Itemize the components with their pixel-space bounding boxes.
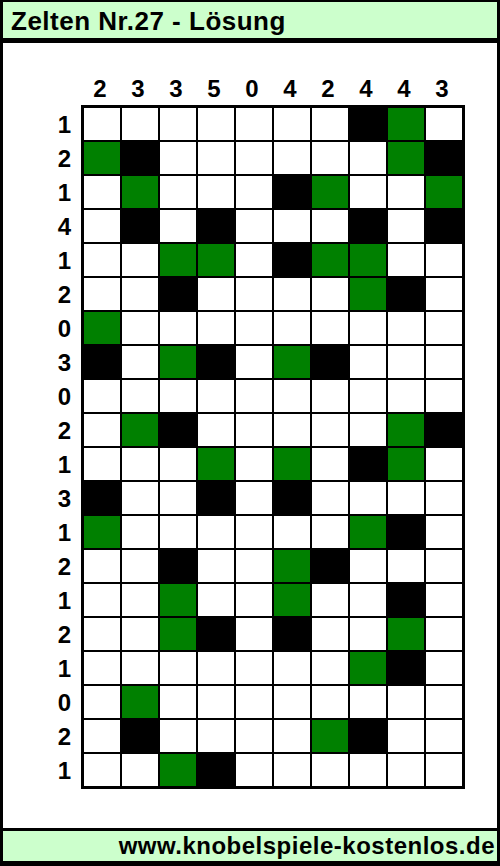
col-clue-3: 3 xyxy=(169,75,182,103)
cell-r8c6-tree xyxy=(274,346,310,378)
row-clue-8: 3 xyxy=(58,349,71,377)
col-clue-7: 2 xyxy=(321,75,334,103)
board-with-row-clues: 12141203021312121021 xyxy=(33,105,497,789)
cell-r2c3-empty xyxy=(160,142,196,174)
cell-r6c10-empty xyxy=(426,278,462,310)
cell-r15c5-empty xyxy=(236,584,272,616)
puzzle-panel: 2335042443 12141203021312121021 xyxy=(3,43,497,828)
cell-r5c8-tree xyxy=(350,244,386,276)
cell-r2c9-tree xyxy=(388,142,424,174)
cell-r7c9-empty xyxy=(388,312,424,344)
cell-r20c8-empty xyxy=(350,754,386,786)
cell-r14c7-tent xyxy=(312,550,348,582)
cell-r14c3-tent xyxy=(160,550,196,582)
cell-r9c3-empty xyxy=(160,380,196,412)
cell-r16c4-tent xyxy=(198,618,234,650)
cell-r20c2-empty xyxy=(122,754,158,786)
cell-r12c2-empty xyxy=(122,482,158,514)
cell-r19c1-empty xyxy=(84,720,120,752)
cell-r17c1-empty xyxy=(84,652,120,684)
cell-r14c5-empty xyxy=(236,550,272,582)
cell-r17c6-empty xyxy=(274,652,310,684)
cell-r2c6-empty xyxy=(274,142,310,174)
cell-r8c8-empty xyxy=(350,346,386,378)
cell-r9c2-empty xyxy=(122,380,158,412)
cell-r19c10-empty xyxy=(426,720,462,752)
cell-r13c4-empty xyxy=(198,516,234,548)
cell-r1c1-empty xyxy=(84,108,120,140)
cell-r5c5-empty xyxy=(236,244,272,276)
cell-r11c5-empty xyxy=(236,448,272,480)
cell-r11c9-tree xyxy=(388,448,424,480)
cell-r16c7-empty xyxy=(312,618,348,650)
col-clue-6: 4 xyxy=(283,75,296,103)
cell-r8c2-empty xyxy=(122,346,158,378)
cell-r20c6-empty xyxy=(274,754,310,786)
cell-r6c4-empty xyxy=(198,278,234,310)
row-clue-11: 1 xyxy=(58,451,71,479)
cell-r13c3-empty xyxy=(160,516,196,548)
cell-r18c9-empty xyxy=(388,686,424,718)
title-bar: Zelten Nr.27 - Lösung xyxy=(3,0,497,43)
col-clue-4: 5 xyxy=(207,75,220,103)
cell-r16c9-tree xyxy=(388,618,424,650)
cell-r8c5-empty xyxy=(236,346,272,378)
col-clue-9: 4 xyxy=(397,75,410,103)
row-clue-19: 2 xyxy=(58,723,71,751)
cell-r11c2-empty xyxy=(122,448,158,480)
cell-r10c2-tree xyxy=(122,414,158,446)
cell-r17c4-empty xyxy=(198,652,234,684)
row-clues: 12141203021312121021 xyxy=(33,105,81,788)
cell-r15c4-empty xyxy=(198,584,234,616)
cell-r9c10-empty xyxy=(426,380,462,412)
cell-r1c4-empty xyxy=(198,108,234,140)
row-clue-4: 4 xyxy=(58,213,71,241)
board-area: 2335042443 12141203021312121021 xyxy=(33,73,497,789)
cell-r15c6-tree xyxy=(274,584,310,616)
cell-r7c6-empty xyxy=(274,312,310,344)
cell-r15c1-empty xyxy=(84,584,120,616)
cell-r4c4-tent xyxy=(198,210,234,242)
cell-r10c4-empty xyxy=(198,414,234,446)
cell-r8c3-tree xyxy=(160,346,196,378)
cell-r4c9-empty xyxy=(388,210,424,242)
cell-r14c9-empty xyxy=(388,550,424,582)
cell-r18c7-empty xyxy=(312,686,348,718)
row-clue-7: 0 xyxy=(58,315,71,343)
cell-r9c8-empty xyxy=(350,380,386,412)
cell-r15c8-empty xyxy=(350,584,386,616)
cell-r18c1-empty xyxy=(84,686,120,718)
cell-r7c3-empty xyxy=(160,312,196,344)
cell-r1c10-empty xyxy=(426,108,462,140)
cell-r8c4-tent xyxy=(198,346,234,378)
cell-r16c6-tent xyxy=(274,618,310,650)
cell-r7c4-empty xyxy=(198,312,234,344)
cell-r14c4-empty xyxy=(198,550,234,582)
cell-r19c7-tree xyxy=(312,720,348,752)
cell-r12c7-empty xyxy=(312,482,348,514)
cell-r14c8-empty xyxy=(350,550,386,582)
cell-r10c9-tree xyxy=(388,414,424,446)
cell-r3c7-tree xyxy=(312,176,348,208)
cell-r20c10-empty xyxy=(426,754,462,786)
cell-r7c8-empty xyxy=(350,312,386,344)
cell-r6c1-empty xyxy=(84,278,120,310)
cell-r4c8-tent xyxy=(350,210,386,242)
cell-r9c6-empty xyxy=(274,380,310,412)
cell-r13c7-empty xyxy=(312,516,348,548)
cell-r20c1-empty xyxy=(84,754,120,786)
cell-r12c3-empty xyxy=(160,482,196,514)
cell-r1c3-empty xyxy=(160,108,196,140)
cell-r8c9-empty xyxy=(388,346,424,378)
cell-r13c6-empty xyxy=(274,516,310,548)
cell-r11c3-empty xyxy=(160,448,196,480)
cell-r9c5-empty xyxy=(236,380,272,412)
cell-r7c2-empty xyxy=(122,312,158,344)
cell-r4c6-empty xyxy=(274,210,310,242)
cell-r4c5-empty xyxy=(236,210,272,242)
row-clue-14: 2 xyxy=(58,553,71,581)
cell-r6c7-empty xyxy=(312,278,348,310)
cell-r4c10-tent xyxy=(426,210,462,242)
cell-r7c7-empty xyxy=(312,312,348,344)
footer-bar: www.knobelspiele-kostenlos.de xyxy=(3,828,497,866)
cell-r2c4-empty xyxy=(198,142,234,174)
cell-r12c1-tent xyxy=(84,482,120,514)
cell-r20c7-empty xyxy=(312,754,348,786)
cell-r1c9-tree xyxy=(388,108,424,140)
cell-r18c8-empty xyxy=(350,686,386,718)
cell-r6c2-empty xyxy=(122,278,158,310)
cell-r3c8-empty xyxy=(350,176,386,208)
row-clue-9: 0 xyxy=(58,383,71,411)
cell-r19c5-empty xyxy=(236,720,272,752)
cell-r5c2-empty xyxy=(122,244,158,276)
cell-r3c4-empty xyxy=(198,176,234,208)
board-grid xyxy=(81,105,465,789)
cell-r17c2-empty xyxy=(122,652,158,684)
cell-r11c4-tree xyxy=(198,448,234,480)
cell-r8c10-empty xyxy=(426,346,462,378)
cell-r10c8-empty xyxy=(350,414,386,446)
cell-r6c6-empty xyxy=(274,278,310,310)
cell-r6c9-tent xyxy=(388,278,424,310)
cell-r3c10-tree xyxy=(426,176,462,208)
row-clue-3: 1 xyxy=(58,179,71,207)
site-url: www.knobelspiele-kostenlos.de xyxy=(119,832,495,860)
cell-r5c1-empty xyxy=(84,244,120,276)
cell-r13c8-tree xyxy=(350,516,386,548)
cell-r10c1-empty xyxy=(84,414,120,446)
cell-r15c2-empty xyxy=(122,584,158,616)
cell-r15c10-empty xyxy=(426,584,462,616)
cell-r3c1-empty xyxy=(84,176,120,208)
row-clue-2: 2 xyxy=(58,145,71,173)
cell-r13c10-empty xyxy=(426,516,462,548)
col-clue-2: 3 xyxy=(131,75,144,103)
cell-r9c7-empty xyxy=(312,380,348,412)
cell-r16c5-empty xyxy=(236,618,272,650)
cell-r7c10-empty xyxy=(426,312,462,344)
cell-r15c9-tent xyxy=(388,584,424,616)
cell-r12c8-empty xyxy=(350,482,386,514)
col-clue-10: 3 xyxy=(435,75,448,103)
row-clue-20: 1 xyxy=(58,757,71,785)
cell-r12c9-empty xyxy=(388,482,424,514)
cell-r6c5-empty xyxy=(236,278,272,310)
cell-r10c3-tent xyxy=(160,414,196,446)
cell-r2c5-empty xyxy=(236,142,272,174)
row-clue-6: 2 xyxy=(58,281,71,309)
cell-r17c7-empty xyxy=(312,652,348,684)
cell-r16c2-empty xyxy=(122,618,158,650)
row-clue-1: 1 xyxy=(58,111,71,139)
cell-r7c1-tree xyxy=(84,312,120,344)
cell-r14c10-empty xyxy=(426,550,462,582)
cell-r2c2-tent xyxy=(122,142,158,174)
cell-r18c4-empty xyxy=(198,686,234,718)
col-clue-1: 2 xyxy=(93,75,106,103)
cell-r17c5-empty xyxy=(236,652,272,684)
cell-r16c1-empty xyxy=(84,618,120,650)
page: Zelten Nr.27 - Lösung 2335042443 1214120… xyxy=(0,0,500,866)
cell-r18c2-tree xyxy=(122,686,158,718)
cell-r18c5-empty xyxy=(236,686,272,718)
cell-r19c3-empty xyxy=(160,720,196,752)
cell-r11c10-empty xyxy=(426,448,462,480)
cell-r10c10-tent xyxy=(426,414,462,446)
cell-r14c6-tree xyxy=(274,550,310,582)
cell-r11c8-tent xyxy=(350,448,386,480)
cell-r5c10-empty xyxy=(426,244,462,276)
cell-r19c8-tent xyxy=(350,720,386,752)
cell-r19c4-empty xyxy=(198,720,234,752)
row-clue-5: 1 xyxy=(58,247,71,275)
cell-r5c3-tree xyxy=(160,244,196,276)
cell-r20c5-empty xyxy=(236,754,272,786)
cell-r1c5-empty xyxy=(236,108,272,140)
column-clues: 2335042443 xyxy=(81,73,497,105)
cell-r15c7-empty xyxy=(312,584,348,616)
cell-r1c7-empty xyxy=(312,108,348,140)
cell-r2c7-empty xyxy=(312,142,348,174)
cell-r20c4-tent xyxy=(198,754,234,786)
cell-r8c7-tent xyxy=(312,346,348,378)
cell-r13c5-empty xyxy=(236,516,272,548)
cell-r3c9-empty xyxy=(388,176,424,208)
col-clue-5: 0 xyxy=(245,75,258,103)
cell-r2c10-tent xyxy=(426,142,462,174)
cell-r3c5-empty xyxy=(236,176,272,208)
cell-r18c6-empty xyxy=(274,686,310,718)
cell-r8c1-tent xyxy=(84,346,120,378)
cell-r10c7-empty xyxy=(312,414,348,446)
cell-r17c9-tent xyxy=(388,652,424,684)
cell-r2c8-empty xyxy=(350,142,386,174)
cell-r12c4-tent xyxy=(198,482,234,514)
row-clue-16: 2 xyxy=(58,621,71,649)
cell-r14c1-empty xyxy=(84,550,120,582)
cell-r10c5-empty xyxy=(236,414,272,446)
cell-r15c3-tree xyxy=(160,584,196,616)
cell-r1c2-empty xyxy=(122,108,158,140)
cell-r20c3-tree xyxy=(160,754,196,786)
cell-r9c9-empty xyxy=(388,380,424,412)
cell-r3c6-tent xyxy=(274,176,310,208)
cell-r4c2-tent xyxy=(122,210,158,242)
cell-r2c1-tree xyxy=(84,142,120,174)
cell-r1c8-tent xyxy=(350,108,386,140)
cell-r1c6-empty xyxy=(274,108,310,140)
cell-r13c2-empty xyxy=(122,516,158,548)
cell-r14c2-empty xyxy=(122,550,158,582)
cell-r17c3-empty xyxy=(160,652,196,684)
cell-r18c3-empty xyxy=(160,686,196,718)
row-clue-10: 2 xyxy=(58,417,71,445)
cell-r13c9-tent xyxy=(388,516,424,548)
cell-r12c5-empty xyxy=(236,482,272,514)
cell-r11c7-empty xyxy=(312,448,348,480)
cell-r4c3-empty xyxy=(160,210,196,242)
cell-r4c7-empty xyxy=(312,210,348,242)
cell-r16c10-empty xyxy=(426,618,462,650)
cell-r19c9-empty xyxy=(388,720,424,752)
cell-r12c10-empty xyxy=(426,482,462,514)
cell-r17c8-tree xyxy=(350,652,386,684)
cell-r18c10-empty xyxy=(426,686,462,718)
cell-r16c8-empty xyxy=(350,618,386,650)
cell-r17c10-empty xyxy=(426,652,462,684)
cell-r6c8-tree xyxy=(350,278,386,310)
cell-r4c1-empty xyxy=(84,210,120,242)
row-clue-17: 1 xyxy=(58,655,71,683)
cell-r9c4-empty xyxy=(198,380,234,412)
cell-r11c6-tree xyxy=(274,448,310,480)
cell-r10c6-empty xyxy=(274,414,310,446)
cell-r3c3-empty xyxy=(160,176,196,208)
cell-r5c4-tree xyxy=(198,244,234,276)
cell-r5c7-tree xyxy=(312,244,348,276)
cell-r5c9-empty xyxy=(388,244,424,276)
cell-r12c6-tent xyxy=(274,482,310,514)
cell-r19c2-tent xyxy=(122,720,158,752)
row-clue-15: 1 xyxy=(58,587,71,615)
cell-r20c9-empty xyxy=(388,754,424,786)
row-clue-18: 0 xyxy=(58,689,71,717)
cell-r5c6-tent xyxy=(274,244,310,276)
cell-r3c2-tree xyxy=(122,176,158,208)
cell-r9c1-empty xyxy=(84,380,120,412)
col-clue-8: 4 xyxy=(359,75,372,103)
cell-r11c1-empty xyxy=(84,448,120,480)
cell-r16c3-tree xyxy=(160,618,196,650)
cell-r6c3-tent xyxy=(160,278,196,310)
cell-r13c1-tree xyxy=(84,516,120,548)
row-clue-13: 1 xyxy=(58,519,71,547)
row-clue-12: 3 xyxy=(58,485,71,513)
cell-r7c5-empty xyxy=(236,312,272,344)
page-title: Zelten Nr.27 - Lösung xyxy=(11,6,286,36)
cell-r19c6-empty xyxy=(274,720,310,752)
